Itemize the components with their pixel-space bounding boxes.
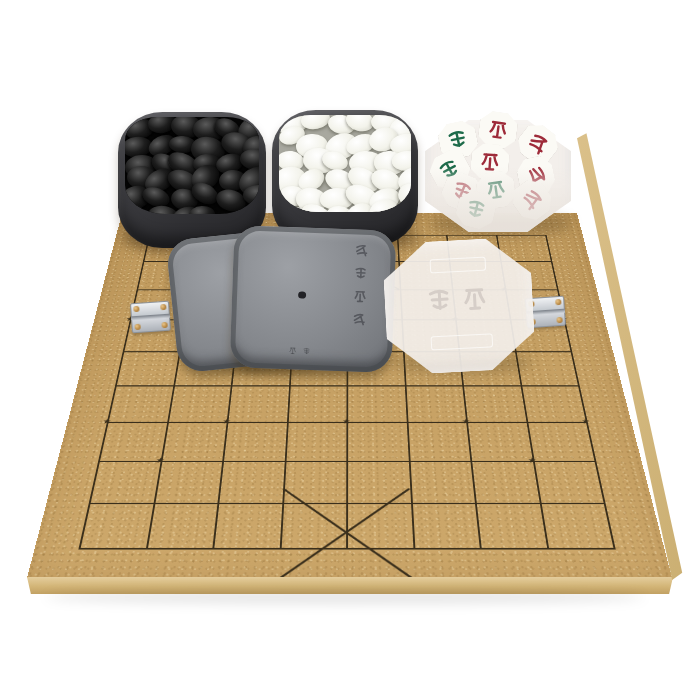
star-point-icon: ★ bbox=[342, 418, 351, 425]
grid-cell bbox=[471, 461, 540, 503]
lid-mold-detail bbox=[430, 257, 486, 274]
star-point-icon: ★ bbox=[527, 457, 537, 464]
grid-cell bbox=[467, 422, 533, 461]
grid-cell bbox=[108, 386, 174, 422]
grid-cell bbox=[287, 386, 347, 422]
grid-cell bbox=[412, 503, 481, 548]
grid-cell bbox=[213, 503, 282, 548]
lid-embossed-text bbox=[351, 242, 370, 332]
grid-cell bbox=[347, 386, 407, 422]
lid-maker-mark bbox=[288, 340, 312, 360]
grid-cell bbox=[405, 386, 467, 422]
hinge-left bbox=[130, 301, 171, 334]
product-photo-scene: ★★★★★★★★★★★★★★ bbox=[0, 0, 700, 700]
star-point-icon: ★ bbox=[155, 457, 165, 464]
hinge-screw bbox=[133, 306, 139, 312]
grid-cell bbox=[161, 422, 227, 461]
grid-cell bbox=[146, 503, 218, 548]
hinge-screw bbox=[556, 317, 562, 323]
janggi-case-front-rim bbox=[425, 120, 571, 232]
oct-lid-embossed-text bbox=[424, 283, 491, 320]
grid-cell bbox=[218, 461, 285, 503]
grid-cell bbox=[116, 352, 180, 386]
white-stone-bowl bbox=[272, 110, 418, 246]
palace-near-diagonals bbox=[277, 488, 415, 580]
bowl-lid-front bbox=[230, 225, 397, 373]
lid-mold-detail bbox=[431, 333, 493, 350]
shadow-board bbox=[45, 590, 645, 604]
star-point-icon: ★ bbox=[222, 418, 231, 425]
grid-cell bbox=[540, 503, 614, 548]
grid-cell bbox=[533, 461, 604, 503]
grid-cell bbox=[347, 422, 409, 461]
grid-cell bbox=[463, 386, 527, 422]
black-stones-pile bbox=[125, 117, 258, 214]
grid-cell bbox=[409, 461, 476, 503]
grid-cell bbox=[154, 461, 223, 503]
white-stones-pile bbox=[279, 115, 410, 212]
grid-cell bbox=[228, 386, 290, 422]
hinge-screw bbox=[160, 304, 166, 310]
black-stone-bowl bbox=[118, 112, 266, 248]
grid-cell bbox=[223, 422, 287, 461]
star-point-icon: ★ bbox=[581, 418, 591, 425]
grid-cell bbox=[90, 461, 161, 503]
star-point-icon: ★ bbox=[461, 418, 470, 425]
grid-cell bbox=[515, 352, 578, 386]
grid-cell bbox=[407, 422, 471, 461]
lid-vent-hole bbox=[298, 291, 306, 298]
star-point-icon: ★ bbox=[102, 418, 112, 425]
hinge-screw bbox=[134, 324, 140, 330]
grid-cell bbox=[80, 503, 154, 548]
grid-cell bbox=[521, 386, 587, 422]
hinge-screw bbox=[161, 322, 167, 328]
grid-cell bbox=[285, 422, 347, 461]
grid-cell bbox=[476, 503, 548, 548]
grid-cell bbox=[527, 422, 595, 461]
hinge-screw bbox=[555, 299, 561, 305]
